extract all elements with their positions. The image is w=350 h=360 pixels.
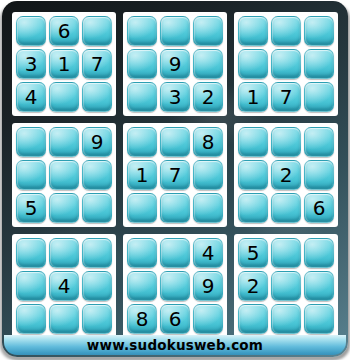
sudoku-plaque: 631749321795817264498652 www.sudokusweb.… (2, 1, 348, 357)
sudoku-cell[interactable] (271, 238, 301, 268)
sudoku-cell[interactable]: 8 (127, 304, 157, 334)
sudoku-cell[interactable] (82, 304, 112, 334)
sudoku-cell[interactable] (16, 160, 46, 190)
sudoku-cell[interactable] (193, 304, 223, 334)
sudoku-cell[interactable] (271, 193, 301, 223)
sudoku-box-1-2: 932 (123, 12, 227, 116)
sudoku-cell[interactable] (16, 16, 46, 46)
sudoku-box-2-1: 95 (12, 123, 116, 227)
sudoku-cell[interactable] (127, 127, 157, 157)
sudoku-cell[interactable]: 3 (16, 49, 46, 79)
sudoku-box-3-3: 52 (234, 234, 338, 338)
sudoku-cell[interactable] (304, 238, 334, 268)
sudoku-cell[interactable] (127, 271, 157, 301)
sudoku-cell[interactable] (127, 16, 157, 46)
sudoku-cell[interactable] (49, 127, 79, 157)
sudoku-cell[interactable] (193, 16, 223, 46)
sudoku-cell[interactable] (127, 193, 157, 223)
sudoku-box-1-1: 63174 (12, 12, 116, 116)
sudoku-box-1-3: 17 (234, 12, 338, 116)
sudoku-cell[interactable] (49, 82, 79, 112)
sudoku-cell[interactable]: 1 (49, 49, 79, 79)
sudoku-cell[interactable]: 2 (271, 160, 301, 190)
sudoku-cell[interactable] (160, 238, 190, 268)
sudoku-box-3-2: 4986 (123, 234, 227, 338)
sudoku-cell[interactable] (238, 193, 268, 223)
sudoku-cell[interactable] (49, 160, 79, 190)
sudoku-cell[interactable] (304, 160, 334, 190)
sudoku-cell[interactable] (304, 82, 334, 112)
sudoku-cell[interactable] (49, 193, 79, 223)
sudoku-cell[interactable] (16, 304, 46, 334)
sudoku-cell[interactable]: 8 (193, 127, 223, 157)
sudoku-cell[interactable]: 7 (160, 160, 190, 190)
sudoku-cell[interactable] (16, 127, 46, 157)
sudoku-cell[interactable]: 2 (238, 271, 268, 301)
sudoku-cell[interactable]: 4 (193, 238, 223, 268)
sudoku-cell[interactable] (271, 127, 301, 157)
sudoku-cell[interactable] (271, 49, 301, 79)
sudoku-cell[interactable] (271, 16, 301, 46)
sudoku-cell[interactable] (16, 271, 46, 301)
sudoku-cell[interactable] (82, 160, 112, 190)
sudoku-cell[interactable] (193, 193, 223, 223)
sudoku-cell[interactable] (49, 238, 79, 268)
sudoku-cell[interactable] (160, 193, 190, 223)
sudoku-cell[interactable] (16, 238, 46, 268)
sudoku-cell[interactable]: 6 (304, 193, 334, 223)
sudoku-cell[interactable] (82, 238, 112, 268)
sudoku-cell[interactable]: 2 (193, 82, 223, 112)
sudoku-cell[interactable]: 4 (49, 271, 79, 301)
sudoku-cell[interactable] (127, 82, 157, 112)
sudoku-cell[interactable] (49, 304, 79, 334)
sudoku-cell[interactable] (238, 160, 268, 190)
sudoku-cell[interactable] (238, 304, 268, 334)
sudoku-cell[interactable] (304, 49, 334, 79)
sudoku-cell[interactable] (271, 271, 301, 301)
sudoku-cell[interactable] (82, 82, 112, 112)
sudoku-cell[interactable]: 9 (193, 271, 223, 301)
sudoku-cell[interactable] (160, 271, 190, 301)
sudoku-cell[interactable] (238, 49, 268, 79)
sudoku-cell[interactable] (271, 304, 301, 334)
sudoku-cell[interactable] (304, 271, 334, 301)
sudoku-cell[interactable] (82, 193, 112, 223)
sudoku-cell[interactable] (238, 127, 268, 157)
sudoku-cell[interactable] (160, 16, 190, 46)
sudoku-cell[interactable]: 9 (82, 127, 112, 157)
sudoku-cell[interactable]: 7 (271, 82, 301, 112)
sudoku-cell[interactable] (193, 160, 223, 190)
sudoku-box-2-3: 26 (234, 123, 338, 227)
sudoku-cell[interactable]: 9 (160, 49, 190, 79)
sudoku-cell[interactable]: 4 (16, 82, 46, 112)
sudoku-cell[interactable] (304, 304, 334, 334)
sudoku-cell[interactable] (238, 16, 268, 46)
sudoku-cell[interactable]: 5 (16, 193, 46, 223)
sudoku-cell[interactable]: 6 (49, 16, 79, 46)
sudoku-cell[interactable] (127, 238, 157, 268)
sudoku-cell[interactable]: 1 (127, 160, 157, 190)
sudoku-board: 631749321795817264498652 (2, 12, 348, 338)
site-url[interactable]: www.sudokusweb.com (87, 337, 263, 353)
sudoku-cell[interactable] (304, 16, 334, 46)
sudoku-cell[interactable]: 5 (238, 238, 268, 268)
sudoku-cell[interactable] (304, 127, 334, 157)
sudoku-cell[interactable]: 1 (238, 82, 268, 112)
sudoku-cell[interactable]: 3 (160, 82, 190, 112)
sudoku-cell[interactable] (82, 271, 112, 301)
sudoku-cell[interactable] (193, 49, 223, 79)
sudoku-cell[interactable]: 6 (160, 304, 190, 334)
sudoku-cell[interactable] (127, 49, 157, 79)
sudoku-cell[interactable] (82, 16, 112, 46)
sudoku-box-3-1: 4 (12, 234, 116, 338)
sudoku-cell[interactable] (160, 127, 190, 157)
sudoku-cell[interactable]: 7 (82, 49, 112, 79)
footer-bar: www.sudokusweb.com (4, 335, 346, 355)
sudoku-box-2-2: 817 (123, 123, 227, 227)
